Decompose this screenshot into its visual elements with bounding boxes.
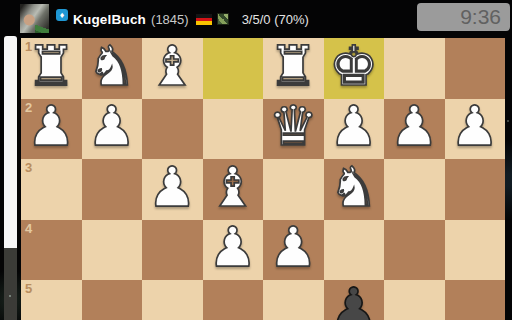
white-pawn[interactable]: ♟: [269, 220, 318, 275]
background-star: [9, 295, 11, 297]
diamond-glyph: ♦: [60, 10, 65, 19]
white-bishop[interactable]: ♝: [208, 160, 257, 215]
square-h5[interactable]: 5: [21, 280, 82, 320]
square-f4[interactable]: [142, 220, 203, 281]
square-c2[interactable]: ♟: [324, 99, 385, 160]
square-e4[interactable]: ♟: [203, 220, 264, 281]
square-c3[interactable]: ♞: [324, 159, 385, 220]
square-d5[interactable]: [263, 280, 324, 320]
diamond-membership-icon: ♦: [56, 9, 68, 21]
club-badge-icon: [217, 13, 229, 25]
white-rook[interactable]: ♜: [269, 39, 318, 94]
square-a3[interactable]: [445, 159, 506, 220]
background-star: [507, 120, 509, 122]
square-e3[interactable]: ♝: [203, 159, 264, 220]
square-e2[interactable]: [203, 99, 264, 160]
square-h3[interactable]: 3: [21, 159, 82, 220]
player-clock: 9:36: [417, 3, 510, 31]
player-bar: ♦ KugelBuch (1845) 3/5/0 (70%) 9:36: [0, 0, 512, 38]
germany-flag-icon: [196, 14, 212, 25]
square-g5[interactable]: [82, 280, 143, 320]
square-f2[interactable]: [142, 99, 203, 160]
square-c1[interactable]: ♚: [324, 38, 385, 99]
rank-label-5: 5: [25, 282, 32, 295]
square-h4[interactable]: 4: [21, 220, 82, 281]
player-score: 3/5/0 (70%): [242, 12, 309, 27]
white-bishop[interactable]: ♝: [148, 39, 197, 94]
player-info: KugelBuch (1845) 3/5/0 (70%): [73, 0, 309, 38]
square-b2[interactable]: ♟: [384, 99, 445, 160]
square-d3[interactable]: [263, 159, 324, 220]
square-a4[interactable]: [445, 220, 506, 281]
app-screen: { "game": "chess", "player": { "name": "…: [0, 0, 512, 320]
white-rook[interactable]: ♜: [27, 39, 76, 94]
square-d2[interactable]: ♛: [263, 99, 324, 160]
white-pawn[interactable]: ♟: [329, 99, 378, 154]
square-e5[interactable]: [203, 280, 264, 320]
square-d1[interactable]: ♜: [263, 38, 324, 99]
square-d4[interactable]: ♟: [263, 220, 324, 281]
black-pawn[interactable]: ♟: [329, 281, 378, 320]
square-f1[interactable]: ♝: [142, 38, 203, 99]
player-avatar[interactable]: [20, 4, 49, 33]
square-b1[interactable]: [384, 38, 445, 99]
player-rating: (1845): [151, 12, 189, 27]
square-b4[interactable]: [384, 220, 445, 281]
player-name[interactable]: KugelBuch: [73, 12, 146, 27]
white-queen[interactable]: ♛: [269, 99, 318, 154]
square-g1[interactable]: ♞: [82, 38, 143, 99]
chess-board[interactable]: 1♜♞♝♜♚2♟♟♛♟♟♟3♟♝♞4♟♟5♟: [21, 38, 505, 320]
square-f3[interactable]: ♟: [142, 159, 203, 220]
square-c4[interactable]: [324, 220, 385, 281]
square-g3[interactable]: [82, 159, 143, 220]
square-a2[interactable]: ♟: [445, 99, 506, 160]
eval-bar-white: [4, 36, 17, 248]
rank-label-3: 3: [25, 161, 32, 174]
white-king[interactable]: ♚: [329, 39, 378, 94]
white-knight[interactable]: ♞: [87, 39, 136, 94]
square-h1[interactable]: 1♜: [21, 38, 82, 99]
square-a5[interactable]: [445, 280, 506, 320]
white-pawn[interactable]: ♟: [148, 160, 197, 215]
square-f5[interactable]: [142, 280, 203, 320]
square-c5[interactable]: ♟: [324, 280, 385, 320]
white-pawn[interactable]: ♟: [27, 99, 76, 154]
white-pawn[interactable]: ♟: [450, 99, 499, 154]
square-b5[interactable]: [384, 280, 445, 320]
white-pawn[interactable]: ♟: [87, 99, 136, 154]
square-h2[interactable]: 2♟: [21, 99, 82, 160]
white-pawn[interactable]: ♟: [208, 220, 257, 275]
square-b3[interactable]: [384, 159, 445, 220]
square-g4[interactable]: [82, 220, 143, 281]
square-a1[interactable]: [445, 38, 506, 99]
eval-bar: [4, 36, 17, 320]
rank-label-4: 4: [25, 222, 32, 235]
white-pawn[interactable]: ♟: [390, 99, 439, 154]
square-e1[interactable]: [203, 38, 264, 99]
square-g2[interactable]: ♟: [82, 99, 143, 160]
white-knight[interactable]: ♞: [329, 160, 378, 215]
